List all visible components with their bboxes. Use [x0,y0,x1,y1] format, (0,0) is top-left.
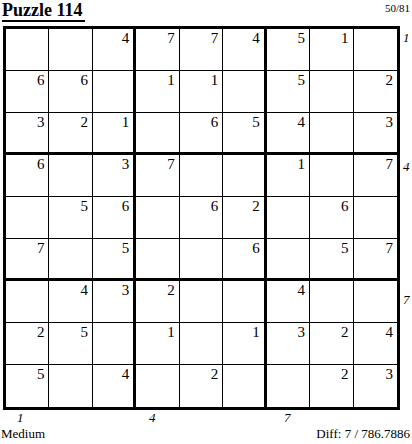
cell-r7c4[interactable]: 2 [136,281,179,323]
cell-r9c9[interactable]: 3 [354,365,397,407]
cell-r9c3[interactable]: 4 [93,365,136,407]
cell-r2c3[interactable] [93,71,136,113]
cell-r3c8[interactable] [310,113,353,155]
cell-r6c8[interactable]: 5 [310,239,353,281]
cell-r9c8[interactable]: 2 [310,365,353,407]
cell-r1c2[interactable] [49,29,92,71]
cell-r6c6[interactable]: 6 [223,239,266,281]
cell-r9c1[interactable]: 5 [6,365,49,407]
cell-r9c2[interactable] [49,365,92,407]
cell-r8c7[interactable]: 3 [267,323,310,365]
cell-r4c5[interactable] [180,155,223,197]
cell-r2c7[interactable]: 5 [267,71,310,113]
cell-r9c6[interactable] [223,365,266,407]
cell-r5c6[interactable]: 2 [223,197,266,239]
cell-r5c4[interactable] [136,197,179,239]
cell-r3c7[interactable]: 4 [267,113,310,155]
cell-r6c1[interactable]: 7 [6,239,49,281]
puzzle-page: Puzzle 114 50/81 47745166115232165436371… [0,0,412,444]
col-band-label-1: 1 [17,411,24,425]
cell-r7c3[interactable]: 3 [93,281,136,323]
cell-r2c5[interactable]: 1 [180,71,223,113]
col-band-label-7: 7 [284,411,291,425]
cell-r7c1[interactable] [6,281,49,323]
cell-r8c5[interactable] [180,323,223,365]
cell-r8c8[interactable]: 2 [310,323,353,365]
cell-r4c7[interactable]: 1 [267,155,310,197]
cell-r8c4[interactable]: 1 [136,323,179,365]
row-band-label-7: 7 [403,293,410,307]
cell-r3c6[interactable]: 5 [223,113,266,155]
cell-r6c4[interactable] [136,239,179,281]
cell-r2c6[interactable] [223,71,266,113]
row-band-label-1: 1 [403,31,410,45]
cell-r4c3[interactable]: 3 [93,155,136,197]
cell-r4c8[interactable] [310,155,353,197]
cell-r3c1[interactable]: 3 [6,113,49,155]
cell-r1c8[interactable]: 1 [310,29,353,71]
cell-r3c2[interactable]: 2 [49,113,92,155]
cell-r2c1[interactable]: 6 [6,71,49,113]
cell-r8c9[interactable]: 4 [354,323,397,365]
cell-r5c3[interactable]: 6 [93,197,136,239]
cell-r9c4[interactable] [136,365,179,407]
cell-r1c9[interactable] [354,29,397,71]
cell-r3c9[interactable]: 3 [354,113,397,155]
page-title: Puzzle 114 [2,0,85,22]
cell-r2c8[interactable] [310,71,353,113]
cell-r4c2[interactable] [49,155,92,197]
cell-r7c9[interactable] [354,281,397,323]
cell-r1c7[interactable]: 5 [267,29,310,71]
cell-r1c1[interactable] [6,29,49,71]
cell-r1c6[interactable]: 4 [223,29,266,71]
cell-r6c3[interactable]: 5 [93,239,136,281]
row-band-label-4: 4 [403,160,410,174]
cell-r7c8[interactable] [310,281,353,323]
cell-r5c7[interactable] [267,197,310,239]
cell-r1c3[interactable]: 4 [93,29,136,71]
cell-r5c2[interactable]: 5 [49,197,92,239]
cell-r1c4[interactable]: 7 [136,29,179,71]
col-band-label-4: 4 [149,411,156,425]
cell-r8c1[interactable]: 2 [6,323,49,365]
cell-r3c3[interactable]: 1 [93,113,136,155]
cell-r9c7[interactable] [267,365,310,407]
cell-r4c4[interactable]: 7 [136,155,179,197]
cell-r5c1[interactable] [6,197,49,239]
cell-r8c3[interactable] [93,323,136,365]
cell-r3c5[interactable]: 6 [180,113,223,155]
cell-r5c9[interactable] [354,197,397,239]
cell-r6c7[interactable] [267,239,310,281]
cell-r6c5[interactable] [180,239,223,281]
cell-r7c6[interactable] [223,281,266,323]
cell-r1c5[interactable]: 7 [180,29,223,71]
cell-r3c4[interactable] [136,113,179,155]
cell-r4c1[interactable]: 6 [6,155,49,197]
cell-r2c4[interactable]: 1 [136,71,179,113]
cell-r4c6[interactable] [223,155,266,197]
cell-r4c9[interactable]: 7 [354,155,397,197]
cell-r6c9[interactable]: 7 [354,239,397,281]
cell-r8c2[interactable]: 5 [49,323,92,365]
cell-r2c2[interactable]: 6 [49,71,92,113]
cell-r2c9[interactable]: 2 [354,71,397,113]
cell-r7c2[interactable]: 4 [49,281,92,323]
givens-counter: 50/81 [385,2,410,14]
cell-r7c5[interactable] [180,281,223,323]
cell-r8c6[interactable]: 1 [223,323,266,365]
diff-score: Diff: 7 / 786.7886 [316,426,410,442]
cell-r9c5[interactable]: 2 [180,365,223,407]
cell-r6c2[interactable] [49,239,92,281]
difficulty-label: Medium [1,426,45,442]
sudoku-board: 4774516611523216543637175662675657432425… [3,26,400,410]
cell-r5c8[interactable]: 6 [310,197,353,239]
cell-r7c7[interactable]: 4 [267,281,310,323]
cell-r5c5[interactable]: 6 [180,197,223,239]
